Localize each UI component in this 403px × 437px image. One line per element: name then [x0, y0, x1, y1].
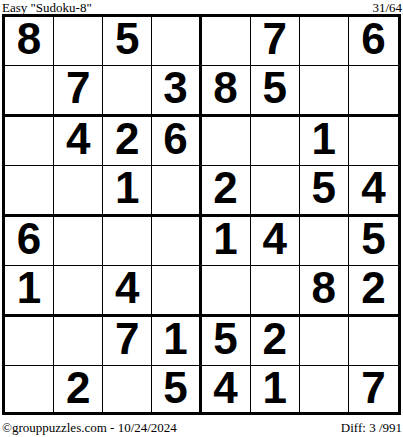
cell-r4c6[interactable]: [251, 166, 300, 217]
cell-r4c7: 5: [300, 166, 349, 217]
cell-r8c3[interactable]: [103, 366, 152, 414]
cell-r6c6[interactable]: [251, 266, 300, 317]
cell-r2c5: 8: [202, 66, 251, 117]
cell-r8c6: 1: [251, 366, 300, 414]
cell-r2c4: 3: [152, 66, 201, 117]
cell-r3c2: 4: [54, 117, 103, 166]
cell-r7c3: 7: [103, 317, 152, 366]
cell-r3c7: 1: [300, 117, 349, 166]
cell-r6c4[interactable]: [152, 266, 201, 317]
cell-r6c5[interactable]: [202, 266, 251, 317]
cell-r4c5: 2: [202, 166, 251, 217]
cell-r3c8[interactable]: [349, 117, 398, 166]
cell-r4c1[interactable]: [5, 166, 54, 217]
cell-r3c4: 6: [152, 117, 201, 166]
cell-r1c3: 5: [103, 17, 152, 66]
cell-r6c2[interactable]: [54, 266, 103, 317]
cell-r6c8: 2: [349, 266, 398, 317]
cell-r1c4[interactable]: [152, 17, 201, 66]
cell-r8c2: 2: [54, 366, 103, 414]
cell-r3c6[interactable]: [251, 117, 300, 166]
cell-r1c2[interactable]: [54, 17, 103, 66]
cell-r2c8[interactable]: [349, 66, 398, 117]
sudoku-grid: 857673854261125461451482715225417: [2, 14, 401, 415]
credit-line: ©grouppuzzles.com - 10/24/2024: [2, 420, 177, 436]
cell-r6c3: 4: [103, 266, 152, 317]
cell-r2c2: 7: [54, 66, 103, 117]
cell-r8c5: 4: [202, 366, 251, 414]
cell-r8c8: 7: [349, 366, 398, 414]
cell-r4c4[interactable]: [152, 166, 201, 217]
cell-r7c1[interactable]: [5, 317, 54, 366]
cell-r3c5[interactable]: [202, 117, 251, 166]
cell-r3c3: 2: [103, 117, 152, 166]
cell-r5c6: 4: [251, 217, 300, 266]
cell-r4c3: 1: [103, 166, 152, 217]
cell-r7c6: 2: [251, 317, 300, 366]
cell-r4c2[interactable]: [54, 166, 103, 217]
difficulty-label: Diff: 3 /991: [341, 420, 402, 436]
cell-r2c6: 5: [251, 66, 300, 117]
cell-r8c7[interactable]: [300, 366, 349, 414]
cell-r7c4: 1: [152, 317, 201, 366]
cell-r5c5: 1: [202, 217, 251, 266]
cell-r1c8: 6: [349, 17, 398, 66]
cell-r5c8: 5: [349, 217, 398, 266]
cell-r5c2[interactable]: [54, 217, 103, 266]
cell-r8c1[interactable]: [5, 366, 54, 414]
cell-r5c7[interactable]: [300, 217, 349, 266]
cell-r5c3[interactable]: [103, 217, 152, 266]
cell-r2c1[interactable]: [5, 66, 54, 117]
cell-r7c8[interactable]: [349, 317, 398, 366]
cell-r1c7[interactable]: [300, 17, 349, 66]
cell-r7c5: 5: [202, 317, 251, 366]
cell-r6c7: 8: [300, 266, 349, 317]
cell-r1c5[interactable]: [202, 17, 251, 66]
cell-r6c1: 1: [5, 266, 54, 317]
cell-r2c3[interactable]: [103, 66, 152, 117]
cell-r3c1[interactable]: [5, 117, 54, 166]
cell-r5c1: 6: [5, 217, 54, 266]
cell-r1c1: 8: [5, 17, 54, 66]
cell-r7c2[interactable]: [54, 317, 103, 366]
cell-r7c7[interactable]: [300, 317, 349, 366]
cell-r8c4: 5: [152, 366, 201, 414]
cell-r1c6: 7: [251, 17, 300, 66]
cell-r5c4[interactable]: [152, 217, 201, 266]
cell-r4c8: 4: [349, 166, 398, 217]
cell-r2c7[interactable]: [300, 66, 349, 117]
